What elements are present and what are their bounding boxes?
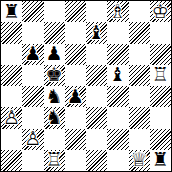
square-f5[interactable]: ♝♝ (107, 65, 128, 86)
square-f8[interactable]: ♝♗ (107, 1, 128, 22)
square-b6[interactable]: ♟♟ (22, 44, 43, 65)
square-a6[interactable] (1, 44, 22, 65)
square-g8[interactable] (129, 1, 150, 22)
piece-outline-glyph: ♗ (109, 2, 126, 21)
piece-outline-glyph: ♝ (88, 23, 105, 42)
piece-outline-glyph: ♖ (46, 150, 63, 169)
square-f4[interactable] (107, 86, 128, 107)
square-g3[interactable] (129, 107, 150, 128)
square-a1[interactable] (1, 150, 22, 171)
piece-white-king[interactable]: ♚♔ (150, 1, 171, 22)
square-b5[interactable] (22, 65, 43, 86)
square-c5[interactable]: ♚♚ (44, 65, 65, 86)
square-d4[interactable]: ♟♟ (65, 86, 86, 107)
square-a4[interactable] (1, 86, 22, 107)
square-h3[interactable] (150, 107, 171, 128)
piece-black-pawn[interactable]: ♟♟ (22, 44, 43, 65)
piece-outline-glyph: ♙ (3, 108, 20, 127)
piece-outline-glyph: ♙ (24, 129, 41, 148)
piece-black-knight[interactable]: ♞♞ (44, 107, 65, 128)
square-f2[interactable] (107, 129, 128, 150)
square-e6[interactable] (86, 44, 107, 65)
piece-outline-glyph: ♞ (46, 87, 63, 106)
square-f7[interactable] (107, 22, 128, 43)
square-h1[interactable]: ♜♜ (150, 150, 171, 171)
square-h5[interactable]: ♜♖ (150, 65, 171, 86)
piece-outline-glyph: ♕ (131, 150, 148, 169)
piece-outline-glyph: ♞ (46, 108, 63, 127)
piece-black-bishop[interactable]: ♝♝ (86, 22, 107, 43)
square-e2[interactable] (86, 129, 107, 150)
square-b1[interactable] (22, 150, 43, 171)
square-g2[interactable] (129, 129, 150, 150)
piece-black-pawn[interactable]: ♟♟ (65, 86, 86, 107)
square-g7[interactable] (129, 22, 150, 43)
square-a3[interactable]: ♟♙ (1, 107, 22, 128)
piece-white-rook[interactable]: ♜♖ (44, 150, 65, 171)
piece-white-queen[interactable]: ♛♕ (129, 150, 150, 171)
square-e1[interactable] (86, 150, 107, 171)
square-c1[interactable]: ♜♖ (44, 150, 65, 171)
square-f6[interactable] (107, 44, 128, 65)
square-f3[interactable] (107, 107, 128, 128)
piece-white-bishop[interactable]: ♝♗ (107, 1, 128, 22)
piece-black-rook[interactable]: ♜♜ (150, 150, 171, 171)
piece-outline-glyph: ♔ (152, 2, 169, 21)
square-b3[interactable] (22, 107, 43, 128)
square-d5[interactable] (65, 65, 86, 86)
piece-white-rook[interactable]: ♜♖ (150, 65, 171, 86)
square-g5[interactable] (129, 65, 150, 86)
square-b4[interactable] (22, 86, 43, 107)
piece-outline-glyph: ♜ (152, 150, 169, 169)
piece-black-knight[interactable]: ♞♞ (44, 86, 65, 107)
square-c2[interactable] (44, 129, 65, 150)
square-a2[interactable] (1, 129, 22, 150)
square-f1[interactable] (107, 150, 128, 171)
square-d3[interactable] (65, 107, 86, 128)
square-h2[interactable] (150, 129, 171, 150)
square-b2[interactable]: ♟♙ (22, 129, 43, 150)
piece-black-king[interactable]: ♚♚ (44, 65, 65, 86)
square-c3[interactable]: ♞♞ (44, 107, 65, 128)
piece-white-pawn[interactable]: ♟♙ (22, 129, 43, 150)
square-g4[interactable] (129, 86, 150, 107)
square-h6[interactable] (150, 44, 171, 65)
square-d7[interactable] (65, 22, 86, 43)
square-d2[interactable] (65, 129, 86, 150)
square-e7[interactable]: ♝♝ (86, 22, 107, 43)
piece-outline-glyph: ♝ (109, 65, 126, 84)
square-c4[interactable]: ♞♞ (44, 86, 65, 107)
square-b7[interactable] (22, 22, 43, 43)
piece-outline-glyph: ♟ (67, 87, 84, 106)
square-d1[interactable] (65, 150, 86, 171)
square-g6[interactable] (129, 44, 150, 65)
square-h4[interactable] (150, 86, 171, 107)
piece-outline-glyph: ♚ (46, 65, 63, 84)
piece-outline-glyph: ♜ (3, 2, 20, 21)
piece-outline-glyph: ♖ (152, 65, 169, 84)
square-e4[interactable] (86, 86, 107, 107)
chess-board: ♜♜♝♗♚♔♝♝♟♟♟♟♚♚♝♝♜♖♞♞♟♟♟♙♞♞♟♙♜♖♛♕♜♜ (1, 1, 171, 171)
square-g1[interactable]: ♛♕ (129, 150, 150, 171)
piece-black-bishop[interactable]: ♝♝ (107, 65, 128, 86)
square-e3[interactable] (86, 107, 107, 128)
square-b8[interactable] (22, 1, 43, 22)
piece-black-pawn[interactable]: ♟♟ (44, 44, 65, 65)
piece-outline-glyph: ♟ (24, 44, 41, 63)
square-c8[interactable] (44, 1, 65, 22)
square-h8[interactable]: ♚♔ (150, 1, 171, 22)
piece-outline-glyph: ♟ (46, 44, 63, 63)
chess-board-frame: ♜♜♝♗♚♔♝♝♟♟♟♟♚♚♝♝♜♖♞♞♟♟♟♙♞♞♟♙♜♖♛♕♜♜ (0, 0, 172, 172)
square-d8[interactable] (65, 1, 86, 22)
square-e5[interactable] (86, 65, 107, 86)
square-a8[interactable]: ♜♜ (1, 1, 22, 22)
square-c7[interactable] (44, 22, 65, 43)
square-a5[interactable] (1, 65, 22, 86)
piece-black-rook[interactable]: ♜♜ (1, 1, 22, 22)
square-c6[interactable]: ♟♟ (44, 44, 65, 65)
piece-white-pawn[interactable]: ♟♙ (1, 107, 22, 128)
square-h7[interactable] (150, 22, 171, 43)
square-e8[interactable] (86, 1, 107, 22)
square-d6[interactable] (65, 44, 86, 65)
square-a7[interactable] (1, 22, 22, 43)
